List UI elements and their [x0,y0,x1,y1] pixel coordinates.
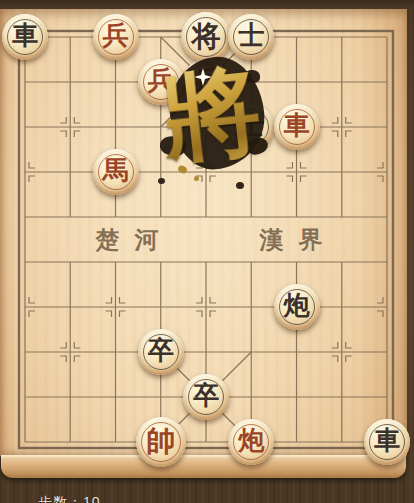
piece-red-chariot-g8[interactable]: 車 [274,104,320,150]
piece-character: 炮 [284,293,310,319]
piece-black-cannon-g4[interactable]: 炮 [274,284,320,330]
piece-black-advisor-f10[interactable]: 士 [228,14,274,60]
piece-black-advisor-f8[interactable]: 士 [228,104,274,150]
piece-character: 車 [374,428,400,454]
piece-red-general-d1[interactable]: 帥 [136,417,186,467]
piece-character: 卒 [193,383,219,409]
piece-character: 炮 [238,428,264,454]
piece-character: 将 [192,22,221,51]
piece-character: 帥 [146,427,175,456]
piece-black-soldier-e2[interactable]: 卒 [183,374,229,420]
piece-black-general-e10[interactable]: 将 [181,12,231,62]
piece-red-soldier-d9[interactable]: 兵 [138,59,184,105]
piece-character: 兵 [148,68,174,94]
piece-character: 兵 [103,23,129,49]
move-counter: 步数：10 [38,494,101,503]
piece-character: 車 [12,23,38,49]
river-label-right: 漢界 [245,224,338,256]
piece-character: 兵 [193,68,219,94]
river-label-left: 楚河 [81,224,174,256]
piece-black-chariot-a10[interactable]: 車 [2,14,48,60]
piece-character: 士 [238,23,264,49]
piece-red-cannon-f1[interactable]: 炮 [228,419,274,465]
piece-character: 車 [284,113,310,139]
piece-red-soldier-e9[interactable]: 兵 [183,59,229,105]
piece-red-horse-c7[interactable]: 馬 [93,149,139,195]
piece-character: 士 [238,113,264,139]
game-screen: 楚河 漢界 車兵将士兵兵士車馬炮卒卒帥炮車 將 步数：10 [0,0,414,503]
piece-red-soldier-c10[interactable]: 兵 [93,14,139,60]
piece-character: 馬 [103,158,129,184]
piece-black-chariot-i1[interactable]: 車 [364,419,410,465]
piece-black-soldier-d3[interactable]: 卒 [138,329,184,375]
piece-character: 卒 [148,338,174,364]
